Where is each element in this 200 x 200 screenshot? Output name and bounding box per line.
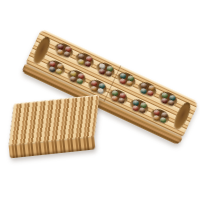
pit-bottom-4 xyxy=(107,87,130,107)
pit-bottom-6 xyxy=(149,107,172,127)
gemstone-brown xyxy=(69,75,77,82)
gemstone-green xyxy=(160,117,168,124)
gemstone-brown xyxy=(168,99,176,106)
gemstone-darkred xyxy=(98,68,106,75)
gemstone-black xyxy=(48,66,56,73)
product-photo xyxy=(0,0,200,200)
pit-bottom-1 xyxy=(44,58,67,78)
board-lid xyxy=(4,96,95,161)
gemstone-yellow xyxy=(77,58,85,65)
gemstone-amber xyxy=(56,48,64,55)
pit-bottom-5 xyxy=(128,97,151,117)
gemstone-amber xyxy=(90,85,98,92)
pit-bottom-2 xyxy=(65,67,88,87)
